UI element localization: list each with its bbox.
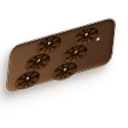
mold-cavity <box>14 68 40 91</box>
mold-cavity <box>25 51 51 74</box>
mold-cavity <box>52 60 78 83</box>
photo-background <box>0 0 128 128</box>
mold-cavity <box>36 33 62 56</box>
mold-cavity <box>62 42 88 65</box>
hang-hole <box>96 37 100 41</box>
mold-cavity <box>73 25 99 48</box>
baking-mold <box>6 17 116 93</box>
